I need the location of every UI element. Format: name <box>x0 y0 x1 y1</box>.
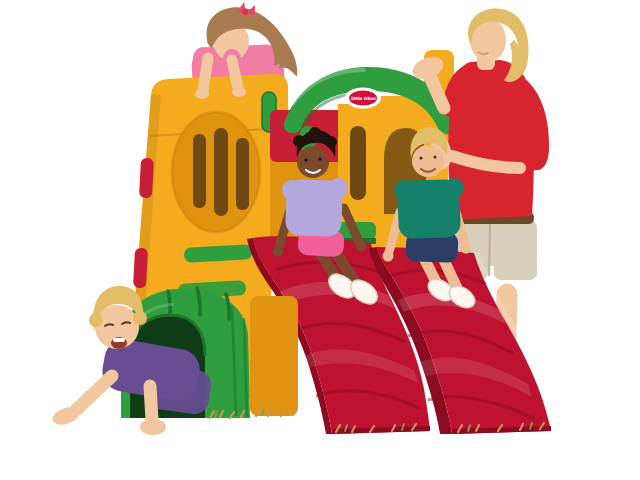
panel-handle-red-bottom <box>133 248 148 289</box>
panel-hand-slots <box>193 128 249 216</box>
tower-foot <box>250 296 298 416</box>
brand-badge: little tikes <box>345 88 381 109</box>
brand-badge-text: little tikes <box>350 96 376 101</box>
playset-illustration: little tikes <box>0 0 640 480</box>
product-photo: little tikes <box>0 0 640 480</box>
panel-handle-red-top <box>139 158 154 199</box>
